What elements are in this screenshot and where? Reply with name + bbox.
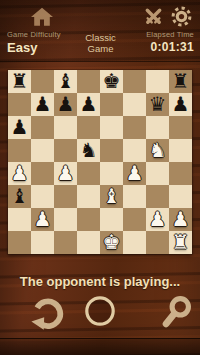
circle-record-icon[interactable] xyxy=(83,294,117,332)
square-c3[interactable] xyxy=(54,185,77,208)
difficulty-block: Game Difficulty Easy xyxy=(7,30,85,55)
black-bishop[interactable]: ♝ xyxy=(54,70,77,93)
crossed-swords-icon[interactable] xyxy=(143,6,164,27)
white-pawn[interactable]: ♟ xyxy=(31,208,54,231)
square-c1[interactable] xyxy=(54,231,77,254)
black-pawn[interactable]: ♟ xyxy=(169,93,192,116)
square-e5[interactable] xyxy=(100,139,123,162)
square-a7[interactable] xyxy=(8,93,31,116)
black-pawn[interactable]: ♟ xyxy=(54,93,77,116)
square-c8[interactable]: ♝ xyxy=(54,70,77,93)
game-mode-title: Classic Game xyxy=(85,30,116,54)
square-c5[interactable] xyxy=(54,139,77,162)
square-h5[interactable] xyxy=(169,139,192,162)
square-g2[interactable]: ♟ xyxy=(146,208,169,231)
square-c6[interactable] xyxy=(54,116,77,139)
square-h7[interactable]: ♟ xyxy=(169,93,192,116)
square-e3[interactable]: ♝ xyxy=(100,185,123,208)
white-pawn[interactable]: ♟ xyxy=(169,208,192,231)
square-a1[interactable] xyxy=(8,231,31,254)
square-h8[interactable]: ♜ xyxy=(169,70,192,93)
difficulty-label: Game Difficulty xyxy=(7,30,85,39)
square-b6[interactable] xyxy=(31,116,54,139)
black-pawn[interactable]: ♟ xyxy=(31,93,54,116)
white-bishop[interactable]: ♝ xyxy=(100,185,123,208)
square-e1[interactable]: ♚ xyxy=(100,231,123,254)
chess-app-screen: Game Difficulty Easy Classic Game Elapse… xyxy=(0,0,200,355)
undo-icon[interactable] xyxy=(29,294,67,336)
square-a2[interactable] xyxy=(8,208,31,231)
square-d3[interactable] xyxy=(77,185,100,208)
white-pawn[interactable]: ♟ xyxy=(146,208,169,231)
black-pawn[interactable]: ♟ xyxy=(8,116,31,139)
black-bishop[interactable]: ♝ xyxy=(8,185,31,208)
magnifier-icon[interactable] xyxy=(157,294,195,336)
footer-wood-band xyxy=(0,338,200,355)
square-e7[interactable] xyxy=(100,93,123,116)
square-h2[interactable]: ♟ xyxy=(169,208,192,231)
square-f2[interactable] xyxy=(123,208,146,231)
square-b3[interactable] xyxy=(31,185,54,208)
square-h6[interactable] xyxy=(169,116,192,139)
square-a8[interactable]: ♜ xyxy=(8,70,31,93)
board-area: ♜♝♚♜♟♟♟♛♟♟♞♞♟♟♟♝♝♟♟♟♚♜ xyxy=(0,70,200,266)
black-queen[interactable]: ♛ xyxy=(146,93,169,116)
square-e6[interactable] xyxy=(100,116,123,139)
square-g3[interactable] xyxy=(146,185,169,208)
black-pawn[interactable]: ♟ xyxy=(77,93,100,116)
square-b1[interactable] xyxy=(31,231,54,254)
square-a4[interactable]: ♟ xyxy=(8,162,31,185)
black-rook[interactable]: ♜ xyxy=(169,70,192,93)
black-king[interactable]: ♚ xyxy=(100,70,123,93)
square-a3[interactable]: ♝ xyxy=(8,185,31,208)
square-d8[interactable] xyxy=(77,70,100,93)
square-a5[interactable] xyxy=(8,139,31,162)
controls-bar xyxy=(0,296,200,338)
square-b5[interactable] xyxy=(31,139,54,162)
square-g1[interactable] xyxy=(146,231,169,254)
square-b7[interactable]: ♟ xyxy=(31,93,54,116)
square-f5[interactable] xyxy=(123,139,146,162)
home-icon[interactable] xyxy=(30,6,54,28)
square-d6[interactable] xyxy=(77,116,100,139)
chess-board: ♜♝♚♜♟♟♟♛♟♟♞♞♟♟♟♝♝♟♟♟♚♜ xyxy=(8,70,192,254)
black-knight[interactable]: ♞ xyxy=(77,139,100,162)
square-a6[interactable]: ♟ xyxy=(8,116,31,139)
square-f3[interactable] xyxy=(123,185,146,208)
elapsed-time-label: Elapsed Time xyxy=(116,30,194,39)
white-pawn[interactable]: ♟ xyxy=(123,162,146,185)
square-f1[interactable] xyxy=(123,231,146,254)
square-c7[interactable]: ♟ xyxy=(54,93,77,116)
elapsed-time-value: 0:01:31 xyxy=(116,40,194,54)
square-b8[interactable] xyxy=(31,70,54,93)
difficulty-value: Easy xyxy=(7,40,85,55)
square-e8[interactable]: ♚ xyxy=(100,70,123,93)
white-knight[interactable]: ♞ xyxy=(146,139,169,162)
gear-icon[interactable] xyxy=(171,6,192,27)
square-d5[interactable]: ♞ xyxy=(77,139,100,162)
square-c4[interactable]: ♟ xyxy=(54,162,77,185)
square-f8[interactable] xyxy=(123,70,146,93)
header-labels: Game Difficulty Easy Classic Game Elapse… xyxy=(0,28,200,55)
white-pawn[interactable]: ♟ xyxy=(8,162,31,185)
square-g7[interactable]: ♛ xyxy=(146,93,169,116)
square-h3[interactable] xyxy=(169,185,192,208)
square-b2[interactable]: ♟ xyxy=(31,208,54,231)
top-icon-row xyxy=(0,0,200,28)
header: Game Difficulty Easy Classic Game Elapse… xyxy=(0,0,200,62)
status-message: The opponent is playing... xyxy=(0,266,200,296)
square-e4[interactable] xyxy=(100,162,123,185)
square-f4[interactable]: ♟ xyxy=(123,162,146,185)
square-d1[interactable] xyxy=(77,231,100,254)
white-king[interactable]: ♚ xyxy=(100,231,123,254)
white-rook[interactable]: ♜ xyxy=(169,231,192,254)
square-d7[interactable]: ♟ xyxy=(77,93,100,116)
square-f7[interactable] xyxy=(123,93,146,116)
square-d4[interactable] xyxy=(77,162,100,185)
square-g4[interactable] xyxy=(146,162,169,185)
square-d2[interactable] xyxy=(77,208,100,231)
square-e2[interactable] xyxy=(100,208,123,231)
square-c2[interactable] xyxy=(54,208,77,231)
square-f6[interactable] xyxy=(123,116,146,139)
elapsed-time-block: Elapsed Time 0:01:31 xyxy=(116,30,194,54)
square-g8[interactable] xyxy=(146,70,169,93)
white-pawn[interactable]: ♟ xyxy=(54,162,77,185)
square-g6[interactable] xyxy=(146,116,169,139)
square-b4[interactable] xyxy=(31,162,54,185)
square-h4[interactable] xyxy=(169,162,192,185)
square-h1[interactable]: ♜ xyxy=(169,231,192,254)
black-rook[interactable]: ♜ xyxy=(8,70,31,93)
square-g5[interactable]: ♞ xyxy=(146,139,169,162)
